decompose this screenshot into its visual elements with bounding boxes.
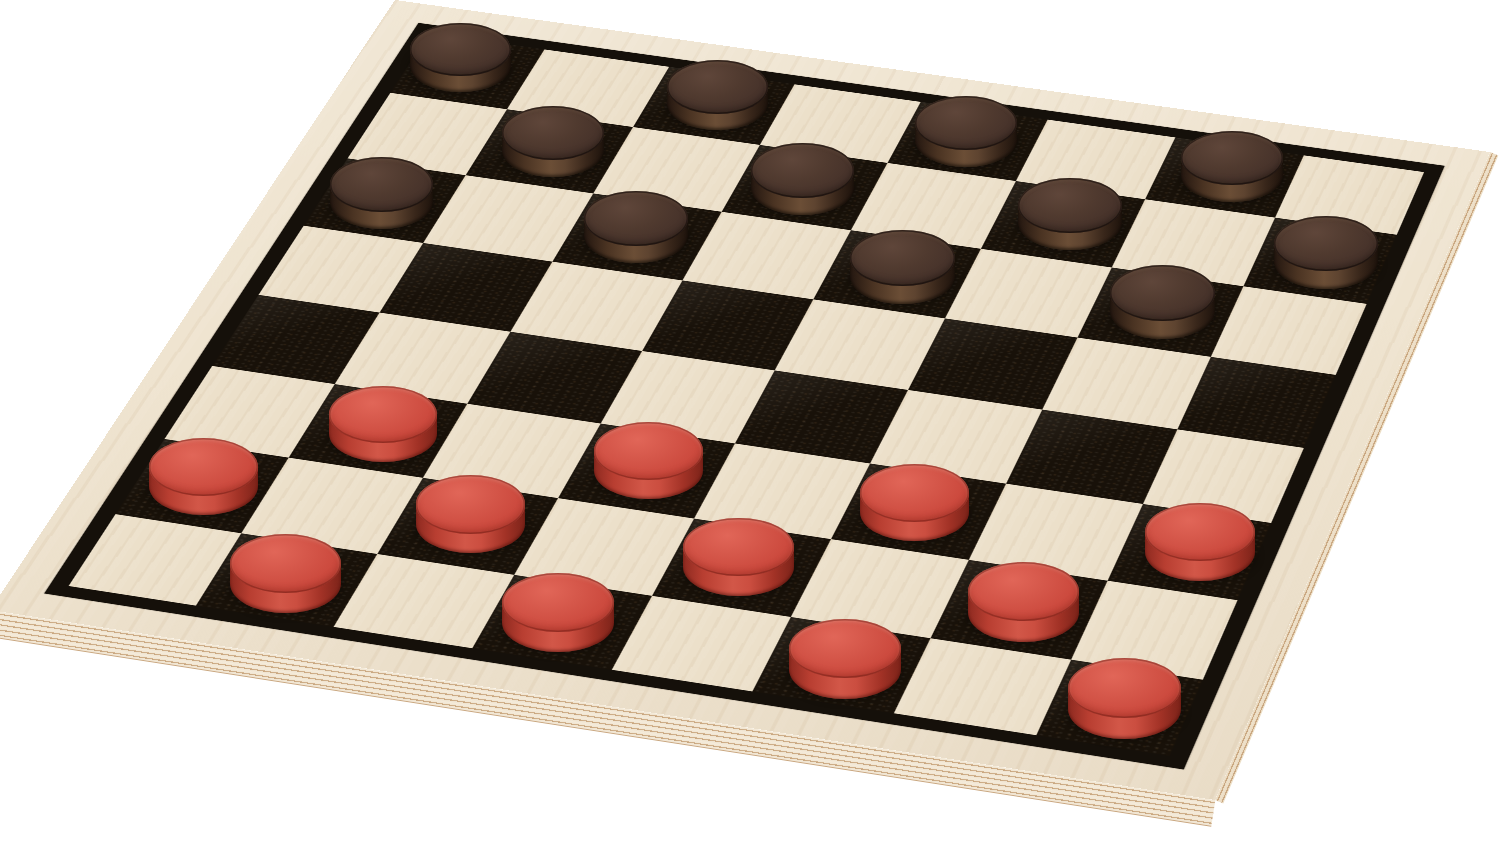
checker-dark-h7	[1274, 216, 1378, 289]
piece-top-face	[584, 191, 688, 246]
checker-dark-f7	[1018, 178, 1121, 250]
checker-dark-g8	[1181, 131, 1283, 202]
checker-red-h3	[1145, 503, 1255, 581]
checker-dark-b7	[502, 106, 604, 177]
checker-red-b3	[329, 386, 437, 462]
piece-top-face	[1181, 131, 1283, 185]
piece-top-face	[149, 438, 258, 496]
piece-top-face	[416, 475, 526, 533]
checker-red-c2	[416, 475, 526, 553]
piece-top-face	[594, 422, 703, 480]
piece-top-face	[1018, 178, 1121, 233]
piece-top-face	[410, 23, 511, 76]
piece-top-face	[789, 619, 902, 679]
checker-dark-e6	[850, 230, 955, 303]
checker-dark-a8	[410, 23, 511, 93]
checker-red-h1	[1068, 658, 1181, 739]
checker-dark-d7	[751, 143, 854, 215]
piece-top-face	[915, 96, 1017, 150]
checker-red-d3	[594, 422, 703, 499]
checker-red-e2	[683, 518, 794, 596]
checker-red-f3	[860, 464, 969, 541]
checker-dark-c6	[584, 191, 688, 264]
piece-top-face	[683, 518, 794, 577]
piece-top-face	[502, 573, 614, 632]
piece-top-face	[329, 386, 437, 443]
piece-top-face	[1145, 503, 1255, 561]
checker-dark-e8	[915, 96, 1017, 167]
piece-top-face	[667, 60, 768, 114]
piece-top-face	[330, 157, 433, 212]
piece-top-face	[860, 464, 969, 522]
checker-red-b1	[230, 534, 341, 613]
checker-red-g2	[968, 562, 1079, 641]
pieces-layer	[0, 0, 1500, 842]
piece-top-face	[1274, 216, 1378, 271]
checker-red-d1	[502, 573, 614, 653]
checker-red-a2	[149, 438, 258, 515]
checker-red-f1	[789, 619, 902, 699]
checker-dark-g6	[1110, 265, 1215, 339]
piece-top-face	[751, 143, 854, 197]
piece-top-face	[1068, 658, 1181, 718]
checker-dark-c8	[667, 60, 768, 130]
piece-top-face	[850, 230, 955, 285]
piece-top-face	[502, 106, 604, 160]
checker-dark-a6	[330, 157, 433, 229]
piece-top-face	[1110, 265, 1215, 321]
checkers-board-photo	[0, 0, 1500, 842]
